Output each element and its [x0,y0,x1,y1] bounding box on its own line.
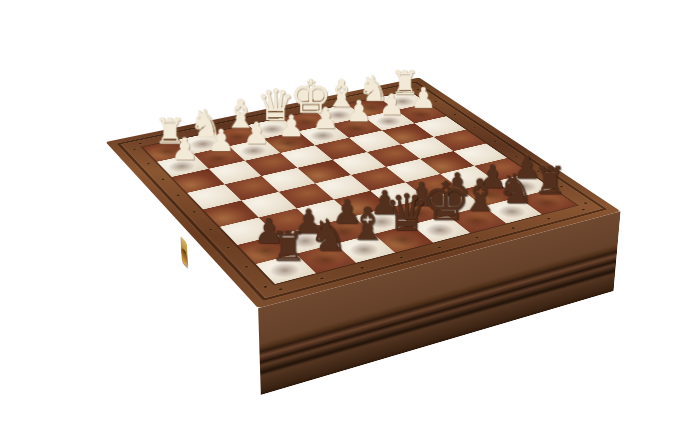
white-pawn: ♟ [340,94,377,129]
white-pawn: ♟ [373,88,410,122]
white-pawn: ♟ [201,123,240,159]
black-queen: ♛ [384,184,428,241]
chess-board-box: ♜♞♝♛♚♝♞♜♟♟♟♟♟♟♟♟♟♟♟♟♟♟♟♟♜♞♝♛♚♝♞♜ [106,77,621,308]
black-knight: ♞ [306,210,351,260]
white-pawn: ♟ [405,81,442,115]
white-pawn: ♟ [165,131,205,168]
black-bishop: ♝ [346,199,390,251]
white-pawn: ♟ [307,101,345,136]
white-pawn: ♟ [237,116,276,152]
white-pawn: ♟ [272,108,310,143]
brass-latch-icon [181,236,188,268]
black-rook: ♜ [266,224,311,272]
photo-scene: ♜♞♝♛♚♝♞♜♟♟♟♟♟♟♟♟♟♟♟♟♟♟♟♟♜♞♝♛♚♝♞♜ [0,0,680,425]
